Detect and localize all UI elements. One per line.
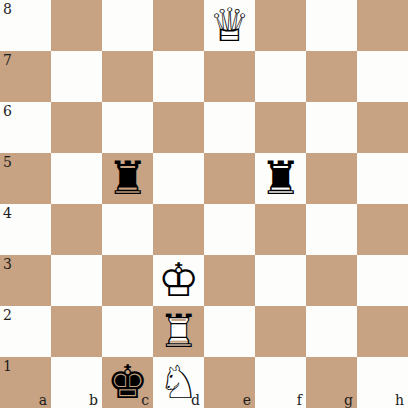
square-b6[interactable] — [51, 102, 102, 153]
square-a3[interactable]: 3 — [0, 255, 51, 306]
square-b2[interactable] — [51, 306, 102, 357]
file-label-e: e — [243, 393, 251, 407]
square-b7[interactable] — [51, 51, 102, 102]
square-e4[interactable] — [204, 204, 255, 255]
square-h8[interactable] — [357, 0, 408, 51]
square-g8[interactable] — [306, 0, 357, 51]
square-g4[interactable] — [306, 204, 357, 255]
square-h6[interactable] — [357, 102, 408, 153]
rank-label-8: 8 — [3, 2, 12, 16]
square-e1[interactable]: e — [204, 357, 255, 408]
square-a6[interactable]: 6 — [0, 102, 51, 153]
piece-white-king-d3[interactable]: ♔ — [153, 255, 204, 306]
square-d3-white-king[interactable]: ♚♔ — [153, 255, 204, 306]
square-c4[interactable] — [102, 204, 153, 255]
square-a5[interactable]: 5 — [0, 153, 51, 204]
file-label-g: g — [344, 393, 353, 407]
square-f2[interactable] — [255, 306, 306, 357]
square-g2[interactable] — [306, 306, 357, 357]
rank-label-3: 3 — [3, 257, 12, 271]
square-f6[interactable] — [255, 102, 306, 153]
square-d7[interactable] — [153, 51, 204, 102]
square-f4[interactable] — [255, 204, 306, 255]
square-f3[interactable] — [255, 255, 306, 306]
square-f5-black-rook[interactable]: ♜ — [255, 153, 306, 204]
square-h3[interactable] — [357, 255, 408, 306]
rank-label-4: 4 — [3, 206, 12, 220]
piece-black-rook-f5[interactable]: ♜ — [255, 153, 306, 204]
square-f1[interactable]: f — [255, 357, 306, 408]
piece-white-knight-d1[interactable]: ♘ — [153, 357, 204, 408]
square-g1[interactable]: g — [306, 357, 357, 408]
square-d4[interactable] — [153, 204, 204, 255]
square-e6[interactable] — [204, 102, 255, 153]
piece-white-queen-e8[interactable]: ♕ — [204, 0, 255, 51]
piece-black-king-c1[interactable]: ♚ — [102, 357, 153, 408]
square-c5-black-rook[interactable]: ♜ — [102, 153, 153, 204]
square-a7[interactable]: 7 — [0, 51, 51, 102]
square-g3[interactable] — [306, 255, 357, 306]
square-b4[interactable] — [51, 204, 102, 255]
square-c3[interactable] — [102, 255, 153, 306]
square-d2-white-rook[interactable]: ♜♖ — [153, 306, 204, 357]
square-b8[interactable] — [51, 0, 102, 51]
square-c8[interactable] — [102, 0, 153, 51]
rank-label-1: 1 — [3, 359, 12, 373]
rank-label-5: 5 — [3, 155, 12, 169]
chess-board: 8♛♕765♜♜43♚♔2♜♖1abc♚d♞♘efgh — [0, 0, 408, 408]
file-label-f: f — [297, 393, 302, 407]
square-h2[interactable] — [357, 306, 408, 357]
square-e3[interactable] — [204, 255, 255, 306]
square-c2[interactable] — [102, 306, 153, 357]
square-f7[interactable] — [255, 51, 306, 102]
square-d6[interactable] — [153, 102, 204, 153]
rank-label-7: 7 — [3, 53, 12, 67]
square-e7[interactable] — [204, 51, 255, 102]
square-a4[interactable]: 4 — [0, 204, 51, 255]
square-h4[interactable] — [357, 204, 408, 255]
square-a2[interactable]: 2 — [0, 306, 51, 357]
square-g5[interactable] — [306, 153, 357, 204]
square-b5[interactable] — [51, 153, 102, 204]
chess-board-wrapper: 8♛♕765♜♜43♚♔2♜♖1abc♚d♞♘efgh — [0, 0, 408, 408]
square-c7[interactable] — [102, 51, 153, 102]
square-h7[interactable] — [357, 51, 408, 102]
square-b3[interactable] — [51, 255, 102, 306]
file-label-a: a — [39, 393, 47, 407]
square-f8[interactable] — [255, 0, 306, 51]
rank-label-6: 6 — [3, 104, 12, 118]
square-b1[interactable]: b — [51, 357, 102, 408]
square-e2[interactable] — [204, 306, 255, 357]
square-e5[interactable] — [204, 153, 255, 204]
square-h1[interactable]: h — [357, 357, 408, 408]
piece-black-rook-c5[interactable]: ♜ — [102, 153, 153, 204]
file-label-h: h — [395, 393, 404, 407]
square-d5[interactable] — [153, 153, 204, 204]
square-d8[interactable] — [153, 0, 204, 51]
square-e8-white-queen[interactable]: ♛♕ — [204, 0, 255, 51]
square-g6[interactable] — [306, 102, 357, 153]
square-c6[interactable] — [102, 102, 153, 153]
square-c1-black-king[interactable]: c♚ — [102, 357, 153, 408]
file-label-b: b — [89, 393, 98, 407]
piece-white-rook-d2[interactable]: ♖ — [153, 306, 204, 357]
square-d1-white-knight[interactable]: d♞♘ — [153, 357, 204, 408]
square-g7[interactable] — [306, 51, 357, 102]
square-a8[interactable]: 8 — [0, 0, 51, 51]
square-h5[interactable] — [357, 153, 408, 204]
rank-label-2: 2 — [3, 308, 12, 322]
square-a1[interactable]: 1a — [0, 357, 51, 408]
